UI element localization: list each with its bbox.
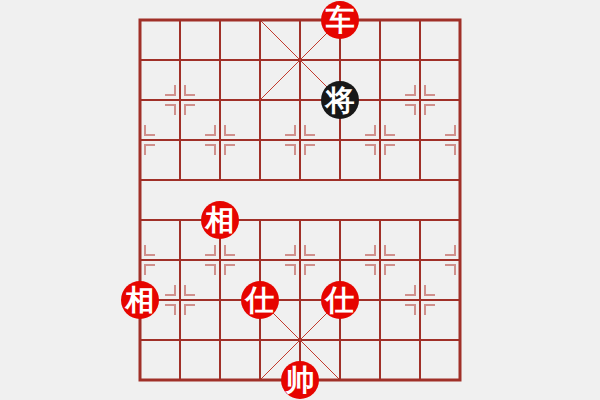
piece-red-advisor-1[interactable]: 仕 [241,281,279,319]
piece-red-advisor-2[interactable]: 仕 [321,281,359,319]
xiangqi-board: 车将相相仕仕帅 [0,0,600,400]
piece-red-elephant-2[interactable]: 相 [121,281,159,319]
piece-red-chariot[interactable]: 车 [321,1,359,39]
piece-red-general[interactable]: 帅 [281,361,319,399]
piece-red-elephant-1[interactable]: 相 [201,201,239,239]
piece-layer: 车将相相仕仕帅 [120,0,480,400]
piece-black-general[interactable]: 将 [321,81,359,119]
